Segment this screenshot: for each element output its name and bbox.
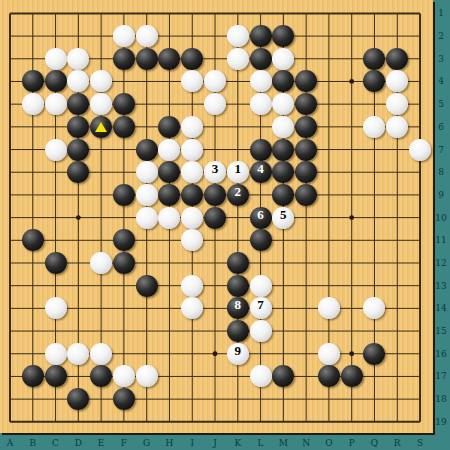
- move-number-7: 7: [250, 297, 272, 319]
- black-stone-K14: 8: [227, 297, 249, 319]
- black-stone-E6: [90, 116, 112, 138]
- black-stone-D6: [67, 116, 89, 138]
- white-stone-D16: [67, 343, 89, 365]
- move-number-6: 6: [250, 207, 272, 229]
- black-stone-G13: [136, 275, 158, 297]
- white-stone-K8: 1: [227, 161, 249, 183]
- white-stone-C5: [45, 93, 67, 115]
- white-stone-H7: [158, 139, 180, 161]
- go-board-app: 314265879 ABCDEFGHIJKLMNOPQRS 1234567891…: [0, 0, 450, 450]
- col-label-K: K: [234, 438, 241, 448]
- col-label-P: P: [349, 438, 355, 448]
- move-number-3: 3: [204, 161, 226, 183]
- row-label-1: 1: [438, 8, 444, 18]
- col-label-Q: Q: [371, 438, 378, 448]
- col-label-O: O: [325, 438, 332, 448]
- white-stone-I10: [181, 207, 203, 229]
- white-stone-B5: [22, 93, 44, 115]
- white-stone-L4: [250, 70, 272, 92]
- white-stone-K3: [227, 48, 249, 70]
- white-stone-G17: [136, 365, 158, 387]
- black-stone-I9: [181, 184, 203, 206]
- row-label-7: 7: [438, 145, 444, 155]
- white-stone-D3: [67, 48, 89, 70]
- black-stone-C4: [45, 70, 67, 92]
- col-label-A: A: [7, 438, 14, 448]
- white-stone-K16: 9: [227, 343, 249, 365]
- move-number-4: 4: [250, 161, 272, 183]
- col-label-L: L: [258, 438, 264, 448]
- col-label-J: J: [213, 438, 217, 448]
- white-stone-J5: [204, 93, 226, 115]
- white-stone-G2: [136, 25, 158, 47]
- black-stone-F6: [113, 116, 135, 138]
- white-stone-L14: 7: [250, 297, 272, 319]
- white-stone-E16: [90, 343, 112, 365]
- white-stone-C14: [45, 297, 67, 319]
- black-stone-N6: [295, 116, 317, 138]
- black-stone-N7: [295, 139, 317, 161]
- white-stone-G8: [136, 161, 158, 183]
- row-label-6: 6: [438, 122, 444, 132]
- white-stone-G10: [136, 207, 158, 229]
- col-label-I: I: [190, 438, 194, 448]
- row-label-11: 11: [435, 235, 446, 245]
- white-stone-E12: [90, 252, 112, 274]
- white-stone-C3: [45, 48, 67, 70]
- row-label-10: 10: [435, 213, 446, 223]
- col-label-S: S: [417, 438, 423, 448]
- row-label-12: 12: [435, 258, 446, 268]
- black-stone-L8: 4: [250, 161, 272, 183]
- col-label-C: C: [52, 438, 59, 448]
- white-stone-I6: [181, 116, 203, 138]
- row-label-5: 5: [438, 99, 444, 109]
- black-stone-L2: [250, 25, 272, 47]
- row-label-4: 4: [438, 76, 444, 86]
- row-label-13: 13: [435, 281, 446, 291]
- black-stone-I3: [181, 48, 203, 70]
- go-board[interactable]: 314265879: [0, 0, 433, 433]
- white-stone-R6: [386, 116, 408, 138]
- white-stone-O16: [318, 343, 340, 365]
- white-stone-L17: [250, 365, 272, 387]
- black-stone-P17: [341, 365, 363, 387]
- black-stone-F9: [113, 184, 135, 206]
- black-stone-F3: [113, 48, 135, 70]
- black-stone-N9: [295, 184, 317, 206]
- row-label-14: 14: [435, 303, 446, 313]
- black-stone-L11: [250, 229, 272, 251]
- white-stone-S7: [409, 139, 431, 161]
- col-label-M: M: [279, 438, 288, 448]
- white-stone-M3: [272, 48, 294, 70]
- white-stone-J8: 3: [204, 161, 226, 183]
- row-label-2: 2: [438, 31, 444, 41]
- white-stone-K2: [227, 25, 249, 47]
- black-stone-K13: [227, 275, 249, 297]
- black-stone-G7: [136, 139, 158, 161]
- black-stone-F12: [113, 252, 135, 274]
- black-stone-K9: 2: [227, 184, 249, 206]
- white-stone-L13: [250, 275, 272, 297]
- white-stone-G9: [136, 184, 158, 206]
- white-stone-H10: [158, 207, 180, 229]
- triangle-marker: [95, 122, 107, 132]
- white-stone-I13: [181, 275, 203, 297]
- row-label-18: 18: [435, 394, 446, 404]
- row-label-15: 15: [435, 326, 446, 336]
- row-label-19: 19: [435, 417, 446, 427]
- move-number-8: 8: [227, 297, 249, 319]
- black-stone-R3: [386, 48, 408, 70]
- col-label-D: D: [75, 438, 82, 448]
- black-stone-F5: [113, 93, 135, 115]
- row-label-17: 17: [435, 371, 446, 381]
- black-stone-L7: [250, 139, 272, 161]
- black-stone-K12: [227, 252, 249, 274]
- black-stone-J9: [204, 184, 226, 206]
- row-label-9: 9: [438, 190, 444, 200]
- white-stone-M10: 5: [272, 207, 294, 229]
- white-stone-F2: [113, 25, 135, 47]
- col-label-E: E: [98, 438, 105, 448]
- row-label-3: 3: [438, 54, 444, 64]
- white-stone-C7: [45, 139, 67, 161]
- col-label-B: B: [29, 438, 36, 448]
- col-label-H: H: [166, 438, 174, 448]
- col-label-N: N: [302, 438, 310, 448]
- white-stone-L5: [250, 93, 272, 115]
- black-stone-K15: [227, 320, 249, 342]
- row-label-16: 16: [435, 349, 446, 359]
- black-stone-G3: [136, 48, 158, 70]
- col-label-G: G: [143, 438, 150, 448]
- move-number-5: 5: [272, 207, 294, 229]
- black-stone-L3: [250, 48, 272, 70]
- black-stone-C17: [45, 365, 67, 387]
- black-stone-J10: [204, 207, 226, 229]
- black-stone-B11: [22, 229, 44, 251]
- white-stone-C16: [45, 343, 67, 365]
- black-stone-F18: [113, 388, 135, 410]
- black-stone-D7: [67, 139, 89, 161]
- col-label-R: R: [394, 438, 401, 448]
- move-number-9: 9: [227, 343, 249, 365]
- move-number-1: 1: [227, 161, 249, 183]
- black-stone-L10: 6: [250, 207, 272, 229]
- black-stone-M7: [272, 139, 294, 161]
- black-stone-C12: [45, 252, 67, 274]
- col-label-F: F: [121, 438, 127, 448]
- white-stone-L15: [250, 320, 272, 342]
- row-label-8: 8: [438, 167, 444, 177]
- move-number-2: 2: [227, 184, 249, 206]
- white-stone-I7: [181, 139, 203, 161]
